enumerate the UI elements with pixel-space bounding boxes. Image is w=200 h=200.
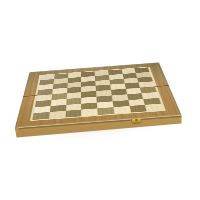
square-f1: [113, 106, 130, 114]
chess-board: [15, 62, 182, 127]
square-a1: [32, 112, 49, 120]
square-d1: [81, 109, 97, 117]
square-g1: [129, 105, 147, 113]
square-h1: [145, 104, 163, 112]
product-photo: [0, 0, 200, 200]
square-c1: [65, 110, 81, 118]
board-tilt-wrapper: [0, 0, 200, 200]
square-e1: [97, 107, 114, 115]
square-b1: [49, 111, 66, 119]
